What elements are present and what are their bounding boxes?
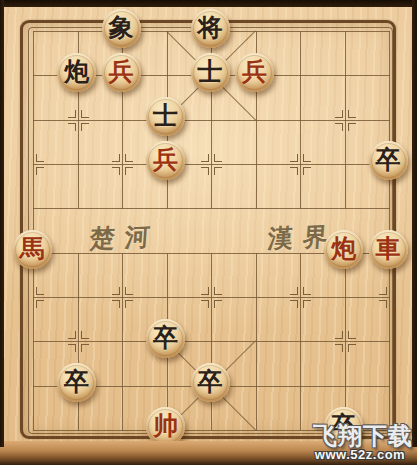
piece-glyph: 馬 [20,236,45,261]
grid-line-v [122,253,123,431]
grid-line-v [300,253,301,431]
point-marker [335,110,343,118]
piece-red-cannon[interactable]: 炮 [324,230,363,269]
point-marker [81,331,89,339]
piece-black-elephant[interactable]: 象 [102,9,141,48]
point-marker [125,154,133,162]
point-marker [125,167,133,175]
piece-black-soldier[interactable]: 卒 [369,141,408,180]
piece-black-advisor[interactable]: 士 [191,53,230,92]
point-marker [290,300,298,308]
piece-black-advisor[interactable]: 士 [146,97,185,136]
point-marker [335,123,343,131]
point-marker [214,154,222,162]
point-marker [68,123,76,131]
point-marker [214,287,222,295]
piece-glyph: 兵 [242,59,267,84]
point-marker [201,287,209,295]
point-marker [348,331,356,339]
point-marker [68,344,76,352]
point-marker [214,300,222,308]
point-marker [379,300,387,308]
grid-line-v [78,253,79,431]
piece-glyph: 士 [153,103,178,128]
xiangqi-screen: 楚河 漢界 象将炮兵士兵士兵卒馬炮車卒卒卒帅卒 飞翔下载 www.52z.com [0,0,417,465]
piece-red-soldier[interactable]: 兵 [102,53,141,92]
piece-black-general[interactable]: 将 [191,9,230,48]
point-marker [36,167,44,175]
point-marker [303,167,311,175]
point-marker [125,287,133,295]
point-marker [335,331,343,339]
piece-glyph: 象 [109,15,134,40]
point-marker [290,154,298,162]
grid-line-v [345,31,346,209]
piece-glyph: 将 [198,15,223,40]
point-marker [125,300,133,308]
point-marker [68,331,76,339]
piece-glyph: 兵 [153,147,178,172]
piece-glyph: 兵 [109,59,134,84]
point-marker [68,110,76,118]
point-marker [112,167,120,175]
point-marker [201,154,209,162]
point-marker [36,300,44,308]
point-marker [348,344,356,352]
piece-glyph: 炮 [331,236,356,261]
piece-glyph: 卒 [153,325,178,350]
watermark-url: www.52z.com [312,447,408,462]
point-marker [81,110,89,118]
grid-line-v [211,253,212,431]
point-marker [112,300,120,308]
point-marker [379,287,387,295]
screen-edge-top [0,0,417,7]
screen-edge-left [0,0,4,447]
point-marker [112,287,120,295]
screen-edge-right [412,0,417,447]
piece-black-soldier[interactable]: 卒 [57,363,96,402]
piece-black-soldier[interactable]: 卒 [191,363,230,402]
grid-line-v [300,31,301,209]
piece-glyph: 士 [198,59,223,84]
point-marker [335,344,343,352]
point-marker [36,287,44,295]
piece-glyph: 炮 [64,59,89,84]
piece-red-horse[interactable]: 馬 [13,230,52,269]
point-marker [303,287,311,295]
point-marker [81,123,89,131]
point-marker [348,110,356,118]
piece-glyph: 卒 [64,369,89,394]
point-marker [303,300,311,308]
piece-glyph: 卒 [198,369,223,394]
piece-red-chariot[interactable]: 車 [369,230,408,269]
piece-black-soldier[interactable]: 卒 [146,319,185,358]
piece-black-cannon[interactable]: 炮 [57,53,96,92]
point-marker [201,167,209,175]
grid-line-v [256,253,257,431]
point-marker [201,300,209,308]
river-label-chu-he: 楚河 [89,220,161,253]
piece-glyph: 卒 [376,147,401,172]
point-marker [303,154,311,162]
point-marker [36,154,44,162]
point-marker [290,167,298,175]
piece-red-soldier[interactable]: 兵 [235,53,274,92]
piece-glyph: 車 [376,236,401,261]
grid-line-v [345,253,346,431]
piece-glyph: 帅 [153,413,178,438]
point-marker [348,123,356,131]
point-marker [112,154,120,162]
point-marker [214,167,222,175]
point-marker [81,344,89,352]
point-marker [290,287,298,295]
